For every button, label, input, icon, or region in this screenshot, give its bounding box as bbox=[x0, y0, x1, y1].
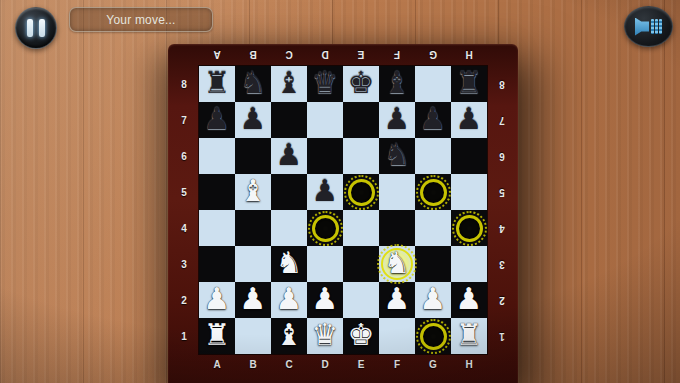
file-label-top-b: B bbox=[235, 49, 271, 60]
rank-label-right-1: 1 bbox=[494, 331, 510, 342]
square-h4[interactable] bbox=[451, 210, 487, 246]
chess-board-frame: ABCDEFGH ABCDEFGH 87654321 87654321 ♜♞♝♛… bbox=[168, 44, 518, 383]
legal-move-indicator[interactable] bbox=[420, 179, 447, 206]
square-c7[interactable] bbox=[271, 102, 307, 138]
square-c5[interactable] bbox=[271, 174, 307, 210]
status-message-box: Your move... bbox=[69, 7, 213, 32]
square-b5[interactable]: ♝ bbox=[235, 174, 271, 210]
white-bishop-piece[interactable]: ♝ bbox=[276, 317, 303, 353]
black-bishop-piece[interactable]: ♝ bbox=[384, 65, 411, 101]
square-b4[interactable] bbox=[235, 210, 271, 246]
square-e6[interactable] bbox=[343, 138, 379, 174]
black-bishop-piece[interactable]: ♝ bbox=[276, 65, 303, 101]
black-king-piece[interactable]: ♚ bbox=[348, 65, 375, 101]
square-e7[interactable] bbox=[343, 102, 379, 138]
black-knight-piece[interactable]: ♞ bbox=[384, 137, 411, 173]
white-pawn-piece[interactable]: ♟ bbox=[240, 281, 267, 317]
pause-icon bbox=[27, 19, 45, 37]
rank-label-left-8: 8 bbox=[176, 79, 192, 90]
white-pawn-piece[interactable]: ♟ bbox=[312, 281, 339, 317]
rank-label-right-4: 4 bbox=[494, 223, 510, 234]
square-a6[interactable] bbox=[199, 138, 235, 174]
white-knight-piece[interactable]: ♞ bbox=[276, 245, 303, 281]
square-g8[interactable] bbox=[415, 66, 451, 102]
square-b8[interactable]: ♞ bbox=[235, 66, 271, 102]
square-a8[interactable]: ♜ bbox=[199, 66, 235, 102]
file-label-top-c: C bbox=[271, 49, 307, 60]
square-h6[interactable] bbox=[451, 138, 487, 174]
square-c2[interactable]: ♟ bbox=[271, 282, 307, 318]
square-e3[interactable] bbox=[343, 246, 379, 282]
white-bishop-piece[interactable]: ♝ bbox=[240, 173, 267, 209]
square-h1[interactable]: ♜ bbox=[451, 318, 487, 354]
legal-move-indicator[interactable] bbox=[420, 323, 447, 350]
square-g2[interactable]: ♟ bbox=[415, 282, 451, 318]
file-label-top-e: E bbox=[343, 49, 379, 60]
rank-label-left-7: 7 bbox=[176, 115, 192, 126]
file-label-bottom-g: G bbox=[415, 359, 451, 370]
white-king-piece[interactable]: ♚ bbox=[348, 317, 375, 353]
square-e4[interactable] bbox=[343, 210, 379, 246]
square-h5[interactable] bbox=[451, 174, 487, 210]
legal-move-indicator[interactable] bbox=[348, 179, 375, 206]
file-label-bottom-d: D bbox=[307, 359, 343, 370]
square-g4[interactable] bbox=[415, 210, 451, 246]
square-h2[interactable]: ♟ bbox=[451, 282, 487, 318]
chess-app-screen: Your move... ABCDEFGH ABCDEFGH 87654321 … bbox=[0, 0, 680, 383]
square-b7[interactable]: ♟ bbox=[235, 102, 271, 138]
square-a1[interactable]: ♜ bbox=[199, 318, 235, 354]
square-c3[interactable]: ♞ bbox=[271, 246, 307, 282]
pause-button[interactable] bbox=[15, 7, 57, 49]
pause-bar-left bbox=[27, 19, 33, 37]
square-a5[interactable] bbox=[199, 174, 235, 210]
white-queen-piece[interactable]: ♛ bbox=[312, 317, 339, 353]
square-d4[interactable] bbox=[307, 210, 343, 246]
black-knight-piece[interactable]: ♞ bbox=[240, 65, 267, 101]
rank-labels-right: 87654321 bbox=[494, 66, 510, 354]
rank-label-left-3: 3 bbox=[176, 259, 192, 270]
square-d8[interactable]: ♛ bbox=[307, 66, 343, 102]
volume-bars-icon bbox=[651, 19, 662, 34]
black-pawn-piece[interactable]: ♟ bbox=[276, 137, 303, 173]
square-f4[interactable] bbox=[379, 210, 415, 246]
sound-button[interactable] bbox=[624, 6, 673, 47]
square-h3[interactable] bbox=[451, 246, 487, 282]
square-e5[interactable] bbox=[343, 174, 379, 210]
square-f7[interactable]: ♟ bbox=[379, 102, 415, 138]
rank-label-left-1: 1 bbox=[176, 331, 192, 342]
file-label-bottom-f: F bbox=[379, 359, 415, 370]
pause-bar-right bbox=[39, 19, 45, 37]
square-g6[interactable] bbox=[415, 138, 451, 174]
square-e2[interactable] bbox=[343, 282, 379, 318]
square-d5[interactable]: ♟ bbox=[307, 174, 343, 210]
square-a2[interactable]: ♟ bbox=[199, 282, 235, 318]
rank-label-right-3: 3 bbox=[494, 259, 510, 270]
file-label-bottom-h: H bbox=[451, 359, 487, 370]
white-rook-piece[interactable]: ♜ bbox=[456, 317, 483, 353]
file-label-top-f: F bbox=[379, 49, 415, 60]
file-label-bottom-b: B bbox=[235, 359, 271, 370]
square-f1[interactable] bbox=[379, 318, 415, 354]
square-b3[interactable] bbox=[235, 246, 271, 282]
rank-label-left-4: 4 bbox=[176, 223, 192, 234]
black-rook-piece[interactable]: ♜ bbox=[456, 65, 483, 101]
file-label-top-h: H bbox=[451, 49, 487, 60]
file-label-top-d: D bbox=[307, 49, 343, 60]
black-pawn-piece[interactable]: ♟ bbox=[456, 101, 483, 137]
file-labels-top: ABCDEFGH bbox=[199, 49, 487, 60]
square-d7[interactable] bbox=[307, 102, 343, 138]
rank-label-right-5: 5 bbox=[494, 187, 510, 198]
square-d6[interactable] bbox=[307, 138, 343, 174]
rank-label-right-8: 8 bbox=[494, 79, 510, 90]
white-rook-piece[interactable]: ♜ bbox=[204, 317, 231, 353]
square-b2[interactable]: ♟ bbox=[235, 282, 271, 318]
rank-label-right-7: 7 bbox=[494, 115, 510, 126]
square-b1[interactable] bbox=[235, 318, 271, 354]
black-pawn-piece[interactable]: ♟ bbox=[204, 101, 231, 137]
square-c8[interactable]: ♝ bbox=[271, 66, 307, 102]
white-pawn-piece[interactable]: ♟ bbox=[420, 281, 447, 317]
rank-label-right-6: 6 bbox=[494, 151, 510, 162]
square-d1[interactable]: ♛ bbox=[307, 318, 343, 354]
square-a7[interactable]: ♟ bbox=[199, 102, 235, 138]
square-f2[interactable]: ♟ bbox=[379, 282, 415, 318]
square-f6[interactable]: ♞ bbox=[379, 138, 415, 174]
file-label-bottom-a: A bbox=[199, 359, 235, 370]
square-c4[interactable] bbox=[271, 210, 307, 246]
square-d2[interactable]: ♟ bbox=[307, 282, 343, 318]
black-rook-piece[interactable]: ♜ bbox=[204, 65, 231, 101]
square-f8[interactable]: ♝ bbox=[379, 66, 415, 102]
square-c6[interactable]: ♟ bbox=[271, 138, 307, 174]
square-e8[interactable]: ♚ bbox=[343, 66, 379, 102]
status-text: Your move... bbox=[106, 13, 175, 27]
black-pawn-piece[interactable]: ♟ bbox=[312, 173, 339, 209]
white-pawn-piece[interactable]: ♟ bbox=[456, 281, 483, 317]
legal-move-indicator[interactable] bbox=[312, 215, 339, 242]
white-pawn-piece[interactable]: ♟ bbox=[276, 281, 303, 317]
speaker-volume-icon bbox=[635, 18, 649, 36]
file-label-bottom-c: C bbox=[271, 359, 307, 370]
white-knight-piece[interactable]: ♞ bbox=[384, 245, 411, 281]
square-f3[interactable]: ♞ bbox=[379, 246, 415, 282]
white-pawn-piece[interactable]: ♟ bbox=[384, 281, 411, 317]
square-g1[interactable] bbox=[415, 318, 451, 354]
square-a4[interactable] bbox=[199, 210, 235, 246]
rank-label-left-6: 6 bbox=[176, 151, 192, 162]
file-label-top-g: G bbox=[415, 49, 451, 60]
black-pawn-piece[interactable]: ♟ bbox=[384, 101, 411, 137]
rank-label-left-5: 5 bbox=[176, 187, 192, 198]
square-a3[interactable] bbox=[199, 246, 235, 282]
square-e1[interactable]: ♚ bbox=[343, 318, 379, 354]
file-label-top-a: A bbox=[199, 49, 235, 60]
square-g5[interactable] bbox=[415, 174, 451, 210]
square-h8[interactable]: ♜ bbox=[451, 66, 487, 102]
square-g3[interactable] bbox=[415, 246, 451, 282]
file-labels-bottom: ABCDEFGH bbox=[199, 359, 487, 370]
square-c1[interactable]: ♝ bbox=[271, 318, 307, 354]
square-g7[interactable]: ♟ bbox=[415, 102, 451, 138]
rank-labels-left: 87654321 bbox=[176, 66, 192, 354]
square-f5[interactable] bbox=[379, 174, 415, 210]
file-label-bottom-e: E bbox=[343, 359, 379, 370]
black-pawn-piece[interactable]: ♟ bbox=[240, 101, 267, 137]
rank-label-right-2: 2 bbox=[494, 295, 510, 306]
square-d3[interactable] bbox=[307, 246, 343, 282]
square-b6[interactable] bbox=[235, 138, 271, 174]
legal-move-indicator[interactable] bbox=[456, 215, 483, 242]
black-queen-piece[interactable]: ♛ bbox=[312, 65, 339, 101]
black-pawn-piece[interactable]: ♟ bbox=[420, 101, 447, 137]
board-grid: ♜♞♝♛♚♝♜♟♟♟♟♟♟♞♝♟♞♞♟♟♟♟♟♟♟♜♝♛♚♜ bbox=[199, 66, 487, 354]
rank-label-left-2: 2 bbox=[176, 295, 192, 306]
square-h7[interactable]: ♟ bbox=[451, 102, 487, 138]
white-pawn-piece[interactable]: ♟ bbox=[204, 281, 231, 317]
